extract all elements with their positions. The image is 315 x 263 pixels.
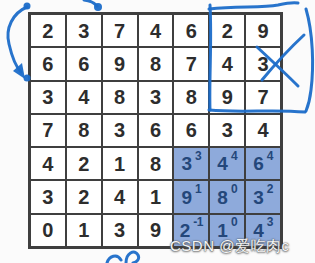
- curved-arrow-stroke: [8, 7, 27, 72]
- arrowhead-icon: [13, 63, 25, 79]
- cell-value: 6: [186, 21, 197, 41]
- grid-cell-r4c2: 8: [66, 114, 102, 147]
- grid-cell-r1c1: 2: [30, 14, 66, 47]
- cell-value: 2: [78, 154, 89, 174]
- cell-value: 8: [114, 87, 125, 107]
- grid-cell-r5c4: 8: [138, 147, 174, 180]
- dot-top-edge: [94, 3, 102, 11]
- grid-cell-r5c5: 33: [173, 147, 209, 180]
- grid-cell-r6c2: 2: [66, 180, 102, 213]
- dot-top-left-corner: [24, 3, 31, 10]
- bottom-scribble-1: [107, 256, 121, 263]
- grid-cell-r6c7: 32: [245, 180, 281, 213]
- cell-value: 2: [78, 187, 89, 207]
- cell-value: 4: [114, 187, 125, 207]
- cell-exponent: 1: [195, 183, 201, 195]
- cell-value: 6: [186, 120, 197, 140]
- cell-exponent: 3: [267, 216, 273, 228]
- grid-cell-r4c6: 3: [209, 114, 245, 147]
- watermark: CSDN @爱吃肉c: [170, 237, 289, 256]
- grid-cell-r6c4: 1: [138, 180, 174, 213]
- grid-cell-r6c6: 80: [209, 180, 245, 213]
- cell-value: 1: [150, 187, 161, 207]
- cell-exponent: -1: [193, 216, 203, 228]
- cell-value: 9: [114, 54, 125, 74]
- cell-value: 2: [222, 21, 233, 41]
- cell-value: 4: [217, 154, 228, 173]
- cell-value: 3: [181, 154, 192, 173]
- cell-value: 1: [114, 154, 125, 174]
- grid-cell-r3c1: 3: [30, 81, 66, 114]
- grid-cell-r1c4: 4: [138, 14, 174, 47]
- grid-cell-r1c6: 2: [209, 14, 245, 47]
- cell-exponent: 0: [231, 183, 237, 195]
- grid-cell-r3c4: 3: [138, 81, 174, 114]
- grid-cell-r2c3: 9: [102, 47, 138, 80]
- cell-value: 6: [253, 154, 264, 173]
- cell-exponent: 0: [231, 216, 237, 228]
- cell-exponent: 3: [195, 150, 201, 162]
- grid-cell-r5c6: 44: [209, 147, 245, 180]
- grid-cell-r3c5: 8: [173, 81, 209, 114]
- cell-value: 7: [114, 21, 125, 41]
- cell-value: 9: [181, 188, 192, 207]
- cell-value: 8: [150, 154, 161, 174]
- bottom-scribble-2: [126, 252, 139, 263]
- grid-cell-r2c7: 3: [245, 47, 281, 80]
- selection-rectangle-top: [209, 3, 298, 9]
- cell-value: 3: [222, 120, 233, 140]
- grid-cell-r4c5: 6: [173, 114, 209, 147]
- cell-value: 7: [186, 54, 197, 74]
- grid-cell-r3c3: 8: [102, 81, 138, 114]
- cell-value: 8: [186, 87, 197, 107]
- cell-value: 9: [222, 87, 233, 107]
- grid-cell-r4c4: 6: [138, 114, 174, 147]
- cell-value: 4: [78, 87, 89, 107]
- cell-value: 3: [258, 54, 269, 74]
- grid-cell-r3c2: 4: [66, 81, 102, 114]
- cell-value: 8: [217, 188, 228, 207]
- cell-value: 9: [258, 21, 269, 41]
- cell-value: 4: [222, 54, 233, 74]
- grid-cell-r7c1: 0: [30, 214, 66, 247]
- cell-exponent: 4: [267, 150, 273, 162]
- cell-value: 3: [114, 120, 125, 140]
- cell-value: 6: [78, 54, 89, 74]
- grid-cell-r5c3: 1: [102, 147, 138, 180]
- cell-value: 9: [150, 220, 161, 240]
- grid-cell-r5c7: 64: [245, 147, 281, 180]
- screenshot-canvas: 2374629669874334838977836634421833446432…: [0, 0, 315, 263]
- grid-cell-r7c4: 9: [138, 214, 174, 247]
- cell-exponent: 2: [267, 183, 273, 195]
- cell-value: 2: [42, 21, 53, 41]
- cell-value: 3: [78, 21, 89, 41]
- cell-value: 3: [42, 187, 53, 207]
- selection-rectangle-right: [306, 9, 313, 111]
- number-grid: 2374629669874334838977836634421833446432…: [28, 12, 283, 249]
- grid-cell-r2c5: 7: [173, 47, 209, 80]
- cell-value: 7: [42, 120, 53, 140]
- grid-cell-r4c3: 3: [102, 114, 138, 147]
- grid-cell-r5c1: 4: [30, 147, 66, 180]
- grid-cell-r2c4: 8: [138, 47, 174, 80]
- cell-value: 4: [258, 120, 269, 140]
- grid-cell-r1c2: 3: [66, 14, 102, 47]
- cell-value: 3: [253, 188, 264, 207]
- cell-value: 6: [150, 120, 161, 140]
- grid-cell-r6c5: 91: [173, 180, 209, 213]
- cell-value: 7: [258, 87, 269, 107]
- cell-value: 6: [42, 54, 53, 74]
- grid-cell-r6c1: 3: [30, 180, 66, 213]
- grid-cell-r3c7: 7: [245, 81, 281, 114]
- grid-cell-r6c3: 4: [102, 180, 138, 213]
- grid-cell-r2c2: 6: [66, 47, 102, 80]
- cell-value: 8: [150, 54, 161, 74]
- grid-cell-r4c1: 7: [30, 114, 66, 147]
- cell-value: 4: [42, 154, 53, 174]
- grid-cell-r2c1: 6: [30, 47, 66, 80]
- cell-value: 4: [150, 21, 161, 41]
- dot-tail-stroke: [84, 0, 97, 6]
- cell-value: 3: [114, 220, 125, 240]
- grid-cell-r1c3: 7: [102, 14, 138, 47]
- cell-exponent: 4: [231, 150, 237, 162]
- cell-value: 0: [42, 220, 53, 240]
- grid-cell-r1c7: 9: [245, 14, 281, 47]
- grid-cell-r5c2: 2: [66, 147, 102, 180]
- cell-value: 3: [42, 87, 53, 107]
- cell-value: 3: [150, 87, 161, 107]
- grid-cell-r7c2: 1: [66, 214, 102, 247]
- grid-cell-r2c6: 4: [209, 47, 245, 80]
- cell-value: 8: [78, 120, 89, 140]
- grid-cell-r7c3: 3: [102, 214, 138, 247]
- grid-cell-r1c5: 6: [173, 14, 209, 47]
- grid-cell-r4c7: 4: [245, 114, 281, 147]
- cell-value: 1: [78, 220, 89, 240]
- grid-cell-r3c6: 9: [209, 81, 245, 114]
